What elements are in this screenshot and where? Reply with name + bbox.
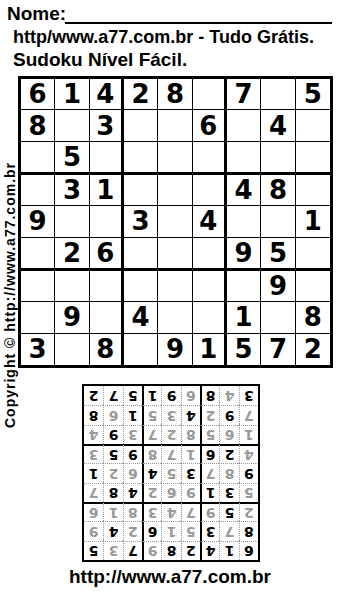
puzzle-cell-r4c6 — [193, 175, 227, 206]
puzzle-cell-r5c2 — [55, 206, 89, 237]
solution-cell-r7c1: 1 — [239, 425, 258, 444]
solution-cell-r8c6: 5 — [142, 405, 161, 424]
puzzle-cell-r1c1: 6 — [21, 79, 55, 110]
puzzle-cell-r3c5 — [158, 142, 192, 175]
puzzle-cell-r4c1 — [21, 175, 55, 206]
puzzle-cell-r4c7: 4 — [227, 175, 261, 206]
solution-cell-r1c2: 1 — [219, 541, 238, 560]
solution-cell-r1c5: 8 — [161, 541, 180, 560]
page-title: Sudoku Nível Fácil. — [13, 49, 187, 71]
solution-cell-r4c4: 9 — [181, 483, 200, 502]
puzzle-cell-r7c4 — [124, 271, 158, 302]
solution-cell-r9c1: 3 — [239, 386, 258, 405]
solution-cell-r5c1: 9 — [239, 463, 258, 482]
puzzle-cell-r4c9 — [296, 175, 330, 206]
puzzle-cell-r8c2: 9 — [55, 302, 89, 333]
puzzle-cell-r8c4: 4 — [124, 302, 158, 333]
solution-cell-r6c1: 4 — [239, 444, 258, 463]
solution-cell-r2c5: 1 — [161, 521, 180, 540]
puzzle-cell-r8c5 — [158, 302, 192, 333]
puzzle-cell-r1c3: 4 — [90, 79, 124, 110]
puzzle-cell-r5c7 — [227, 206, 261, 237]
solution-cell-r2c8: 4 — [103, 521, 122, 540]
solution-cell-r6c9: 3 — [84, 444, 103, 463]
solution-cell-r2c4: 5 — [181, 521, 200, 540]
solution-cell-r2c6: 6 — [142, 521, 161, 540]
puzzle-cell-r2c6: 6 — [193, 110, 227, 141]
solution-cell-r5c2: 8 — [219, 463, 238, 482]
puzzle-cell-r4c3: 1 — [90, 175, 124, 206]
solution-cell-r6c4: 1 — [181, 444, 200, 463]
puzzle-cell-r1c9: 5 — [296, 79, 330, 110]
solution-cell-r2c1: 8 — [239, 521, 258, 540]
footer-url: http://www.a77.com.br — [0, 566, 340, 588]
solution-cell-r3c5: 4 — [161, 502, 180, 521]
solution-cell-r7c5: 2 — [161, 425, 180, 444]
sudoku-print-page: Nome: http/www.a77.com.br - Tudo Grátis.… — [0, 0, 340, 596]
puzzle-cell-r7c1 — [21, 271, 55, 302]
name-label: Nome: — [7, 3, 66, 25]
puzzle-cell-r2c3: 3 — [90, 110, 124, 141]
puzzle-cell-r3c8 — [261, 142, 295, 175]
puzzle-cell-r3c6 — [193, 142, 227, 175]
solution-cell-r1c7: 7 — [123, 541, 142, 560]
puzzle-cell-r3c3 — [90, 142, 124, 175]
puzzle-cell-r8c6 — [193, 302, 227, 333]
puzzle-cell-r5c8 — [261, 206, 295, 237]
puzzle-cell-r2c2 — [55, 110, 89, 141]
solution-cell-r4c8: 8 — [103, 483, 122, 502]
solution-cell-r6c5: 7 — [161, 444, 180, 463]
solution-cell-r1c8: 3 — [103, 541, 122, 560]
solution-cell-r7c8: 9 — [103, 425, 122, 444]
puzzle-cell-r6c3: 6 — [90, 238, 124, 271]
puzzle-cell-r7c3 — [90, 271, 124, 302]
solution-cell-r2c3: 3 — [200, 521, 219, 540]
puzzle-cell-r9c4 — [124, 334, 158, 365]
solution-cell-r3c2: 5 — [219, 502, 238, 521]
puzzle-cell-r4c2: 3 — [55, 175, 89, 206]
solution-cell-r8c9: 8 — [84, 405, 103, 424]
solution-cell-r9c3: 8 — [200, 386, 219, 405]
solution-cell-r1c6: 9 — [142, 541, 161, 560]
solution-cell-r4c6: 2 — [142, 483, 161, 502]
solution-cell-r8c5: 3 — [161, 405, 180, 424]
puzzle-cell-r6c6 — [193, 238, 227, 271]
puzzle-cell-r6c4 — [124, 238, 158, 271]
puzzle-cell-r8c7: 1 — [227, 302, 261, 333]
copyright-vertical-text: Copyright © http://www.a77.com.br — [2, 82, 18, 428]
solution-cell-r1c9: 5 — [84, 541, 103, 560]
puzzle-cell-r3c7 — [227, 142, 261, 175]
solution-cell-r7c4: 8 — [181, 425, 200, 444]
puzzle-cell-r8c3 — [90, 302, 124, 333]
puzzle-cell-r4c8: 8 — [261, 175, 295, 206]
puzzle-cell-r1c7: 7 — [227, 79, 261, 110]
solution-cell-r8c4: 4 — [181, 405, 200, 424]
solution-cell-r8c2: 9 — [219, 405, 238, 424]
puzzle-cell-r2c8: 4 — [261, 110, 295, 141]
puzzle-cell-r1c8 — [261, 79, 295, 110]
name-underline — [65, 22, 332, 24]
puzzle-cell-r7c5 — [158, 271, 192, 302]
puzzle-cell-r9c5: 9 — [158, 334, 192, 365]
solution-cell-r5c5: 5 — [161, 463, 180, 482]
puzzle-cell-r7c7 — [227, 271, 261, 302]
puzzle-cell-r9c1: 3 — [21, 334, 55, 365]
puzzle-cell-r9c8: 7 — [261, 334, 295, 365]
solution-cell-r5c7: 6 — [123, 463, 142, 482]
solution-cell-r7c6: 7 — [142, 425, 161, 444]
solution-cell-r8c3: 2 — [200, 405, 219, 424]
solution-cell-r4c3: 1 — [200, 483, 219, 502]
puzzle-cell-r7c2 — [55, 271, 89, 302]
puzzle-cell-r7c9 — [296, 271, 330, 302]
solution-cell-r4c7: 4 — [123, 483, 142, 502]
puzzle-cell-r8c1 — [21, 302, 55, 333]
solution-cell-r1c3: 4 — [200, 541, 219, 560]
puzzle-cell-r2c1: 8 — [21, 110, 55, 141]
puzzle-cell-r9c9: 2 — [296, 334, 330, 365]
solution-cell-r6c8: 5 — [103, 444, 122, 463]
solution-cell-r9c5: 9 — [161, 386, 180, 405]
puzzle-cell-r5c3 — [90, 206, 124, 237]
puzzle-cell-r2c7 — [227, 110, 261, 141]
puzzle-cell-r3c9 — [296, 142, 330, 175]
solution-cell-r9c6: 1 — [142, 386, 161, 405]
solution-cell-r3c1: 2 — [239, 502, 258, 521]
solution-cell-r7c9: 4 — [84, 425, 103, 444]
puzzle-cell-r7c6 — [193, 271, 227, 302]
solution-cell-r8c7: 1 — [123, 405, 142, 424]
puzzle-cell-r5c6: 4 — [193, 206, 227, 237]
solution-cell-r1c1: 6 — [239, 541, 258, 560]
puzzle-cell-r9c3: 8 — [90, 334, 124, 365]
puzzle-cell-r3c4 — [124, 142, 158, 175]
solution-cell-r2c7: 2 — [123, 521, 142, 540]
puzzle-cell-r3c1 — [21, 142, 55, 175]
puzzle-cell-r9c2 — [55, 334, 89, 365]
puzzle-cell-r8c8 — [261, 302, 295, 333]
solution-cell-r9c4: 6 — [181, 386, 200, 405]
puzzle-cell-r2c5 — [158, 110, 192, 141]
puzzle-cell-r2c4 — [124, 110, 158, 141]
solution-cell-r3c6: 3 — [142, 502, 161, 521]
solution-cell-r9c9: 2 — [84, 386, 103, 405]
solution-cell-r5c4: 3 — [181, 463, 200, 482]
site-title: http/www.a77.com.br - Tudo Grátis. — [13, 27, 314, 48]
solution-cell-r7c3: 5 — [200, 425, 219, 444]
solution-cell-r6c7: 9 — [123, 444, 142, 463]
solution-cell-r8c1: 7 — [239, 405, 258, 424]
puzzle-cell-r5c5 — [158, 206, 192, 237]
solution-cell-r4c5: 6 — [161, 483, 180, 502]
solution-cell-r3c7: 8 — [123, 502, 142, 521]
solution-cell-r3c4: 7 — [181, 502, 200, 521]
puzzle-cell-r4c5 — [158, 175, 192, 206]
solution-cell-r3c8: 1 — [103, 502, 122, 521]
solution-cell-r3c3: 9 — [200, 502, 219, 521]
puzzle-cell-r3c2: 5 — [55, 142, 89, 175]
solution-cell-r4c2: 3 — [219, 483, 238, 502]
puzzle-cell-r2c9 — [296, 110, 330, 141]
puzzle-cell-r6c9 — [296, 238, 330, 271]
solution-cell-r9c7: 5 — [123, 386, 142, 405]
puzzle-cell-r6c5 — [158, 238, 192, 271]
puzzle-cell-r5c4: 3 — [124, 206, 158, 237]
puzzle-cell-r5c1: 9 — [21, 206, 55, 237]
solution-cell-r5c9: 1 — [84, 463, 103, 482]
puzzle-cell-r5c9: 1 — [296, 206, 330, 237]
puzzle-cell-r6c2: 2 — [55, 238, 89, 271]
solution-cell-r5c3: 7 — [200, 463, 219, 482]
puzzle-cell-r6c7: 9 — [227, 238, 261, 271]
solution-cell-r6c2: 2 — [219, 444, 238, 463]
solution-cell-r2c2: 7 — [219, 521, 238, 540]
solution-cell-r5c8: 2 — [103, 463, 122, 482]
solution-cell-r9c8: 7 — [103, 386, 122, 405]
solution-grid: 6142897358735162492597438165319624879873… — [82, 384, 260, 562]
puzzle-cell-r9c7: 5 — [227, 334, 261, 365]
solution-cell-r9c2: 4 — [219, 386, 238, 405]
puzzle-cell-r7c8: 9 — [261, 271, 295, 302]
solution-cell-r8c8: 6 — [103, 405, 122, 424]
solution-cell-r6c6: 8 — [142, 444, 161, 463]
puzzle-cell-r9c6: 1 — [193, 334, 227, 365]
puzzle-cell-r6c8: 5 — [261, 238, 295, 271]
puzzle-cell-r1c2: 1 — [55, 79, 89, 110]
solution-cell-r7c2: 6 — [219, 425, 238, 444]
puzzle-cell-r1c6 — [193, 79, 227, 110]
solution-cell-r4c9: 7 — [84, 483, 103, 502]
solution-cell-r4c1: 5 — [239, 483, 258, 502]
solution-cell-r1c4: 2 — [181, 541, 200, 560]
puzzle-grid: 614287583645314893412695994183891572 — [18, 76, 333, 368]
solution-cell-r2c9: 9 — [84, 521, 103, 540]
solution-cell-r5c6: 4 — [142, 463, 161, 482]
puzzle-cell-r6c1 — [21, 238, 55, 271]
puzzle-cell-r4c4 — [124, 175, 158, 206]
puzzle-cell-r1c5: 8 — [158, 79, 192, 110]
solution-cell-r7c7: 3 — [123, 425, 142, 444]
puzzle-cell-r1c4: 2 — [124, 79, 158, 110]
solution-cell-r3c9: 6 — [84, 502, 103, 521]
puzzle-cell-r8c9: 8 — [296, 302, 330, 333]
solution-cell-r6c3: 6 — [200, 444, 219, 463]
